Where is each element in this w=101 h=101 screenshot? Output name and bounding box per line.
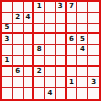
cell-r6c6-empty[interactable] [56, 56, 67, 67]
cell-r7c8-empty[interactable] [77, 67, 88, 78]
cell-r6c8-empty[interactable] [77, 56, 88, 67]
cell-r2c1-empty[interactable] [2, 13, 13, 24]
cell-r7c7-empty[interactable] [67, 67, 78, 78]
cell-r7c9-empty[interactable] [88, 67, 99, 78]
cell-r1c1-empty[interactable] [2, 2, 13, 13]
cell-r1c4-given: 1 [34, 2, 45, 13]
cell-r5c3-empty[interactable] [24, 45, 35, 56]
cell-r6c1-given: 1 [2, 56, 13, 67]
cell-r3c5-empty[interactable] [45, 24, 56, 35]
cell-r3c1-given: 5 [2, 24, 13, 35]
cell-r3c8-empty[interactable] [77, 24, 88, 35]
cell-r4c4-empty[interactable] [34, 34, 45, 45]
cell-r3c7-empty[interactable] [67, 24, 78, 35]
cell-r8c6-empty[interactable] [56, 77, 67, 88]
cell-r7c5-empty[interactable] [45, 67, 56, 78]
cell-r4c2-empty[interactable] [13, 34, 24, 45]
cell-r6c7-empty[interactable] [67, 56, 78, 67]
cell-r3c6-empty[interactable] [56, 24, 67, 35]
cell-r1c2-empty[interactable] [13, 2, 24, 13]
cell-r6c9-empty[interactable] [88, 56, 99, 67]
cell-r6c3-empty[interactable] [24, 56, 35, 67]
cell-r8c5-empty[interactable] [45, 77, 56, 88]
cell-r8c9-given: 3 [88, 77, 99, 88]
cell-r9c7-empty[interactable] [67, 88, 78, 99]
cell-r4c5-empty[interactable] [45, 34, 56, 45]
cell-r1c5-empty[interactable] [45, 2, 56, 13]
cell-r6c5-empty[interactable] [45, 56, 56, 67]
cell-r4c1-given: 3 [2, 34, 13, 45]
cell-r7c2-given: 6 [13, 67, 24, 78]
cell-r9c8-empty[interactable] [77, 88, 88, 99]
cell-r7c3-empty[interactable] [24, 67, 35, 78]
cell-r2c8-empty[interactable] [77, 13, 88, 24]
cell-r5c5-empty[interactable] [45, 45, 56, 56]
cell-r4c8-given: 5 [77, 34, 88, 45]
cell-r8c2-empty[interactable] [13, 77, 24, 88]
cell-r3c3-empty[interactable] [24, 24, 35, 35]
cell-r7c4-given: 2 [34, 67, 45, 78]
cell-r6c2-empty[interactable] [13, 56, 24, 67]
cell-r3c2-empty[interactable] [13, 24, 24, 35]
cell-r9c3-empty[interactable] [24, 88, 35, 99]
cell-r3c4-empty[interactable] [34, 24, 45, 35]
cell-r5c8-given: 4 [77, 45, 88, 56]
cell-r5c6-empty[interactable] [56, 45, 67, 56]
cell-r9c6-empty[interactable] [56, 88, 67, 99]
cell-r4c6-empty[interactable] [56, 34, 67, 45]
cell-r9c9-empty[interactable] [88, 88, 99, 99]
cell-r1c8-empty[interactable] [77, 2, 88, 13]
cell-r7c6-empty[interactable] [56, 67, 67, 78]
cell-r4c9-empty[interactable] [88, 34, 99, 45]
cell-r6c4-empty[interactable] [34, 56, 45, 67]
cell-r2c6-empty[interactable] [56, 13, 67, 24]
cell-r1c6-given: 3 [56, 2, 67, 13]
cell-r5c2-empty[interactable] [13, 45, 24, 56]
cell-r9c4-empty[interactable] [34, 88, 45, 99]
cell-r9c5-given: 4 [45, 88, 56, 99]
cell-r2c3-given: 4 [24, 13, 35, 24]
cell-r2c2-given: 2 [13, 13, 24, 24]
cell-r2c4-empty[interactable] [34, 13, 45, 24]
cell-r9c1-empty[interactable] [2, 88, 13, 99]
cell-r3c9-empty[interactable] [88, 24, 99, 35]
cell-r8c3-empty[interactable] [24, 77, 35, 88]
cell-r8c4-empty[interactable] [34, 77, 45, 88]
cell-r4c3-empty[interactable] [24, 34, 35, 45]
cell-r8c7-given: 1 [67, 77, 78, 88]
cell-r8c8-empty[interactable] [77, 77, 88, 88]
cell-r7c1-empty[interactable] [2, 67, 13, 78]
cell-r5c7-empty[interactable] [67, 45, 78, 56]
cell-r5c1-empty[interactable] [2, 45, 13, 56]
cell-r1c7-given: 7 [67, 2, 78, 13]
cell-r4c7-given: 6 [67, 34, 78, 45]
cell-r1c9-empty[interactable] [88, 2, 99, 13]
cell-r1c3-empty[interactable] [24, 2, 35, 13]
cell-r8c1-empty[interactable] [2, 77, 13, 88]
cell-r2c9-empty[interactable] [88, 13, 99, 24]
cell-r2c7-empty[interactable] [67, 13, 78, 24]
cell-r5c9-empty[interactable] [88, 45, 99, 56]
sudoku-board: 13724536584162134 [0, 0, 101, 101]
cell-r5c4-given: 8 [34, 45, 45, 56]
cell-r2c5-empty[interactable] [45, 13, 56, 24]
cell-r9c2-empty[interactable] [13, 88, 24, 99]
